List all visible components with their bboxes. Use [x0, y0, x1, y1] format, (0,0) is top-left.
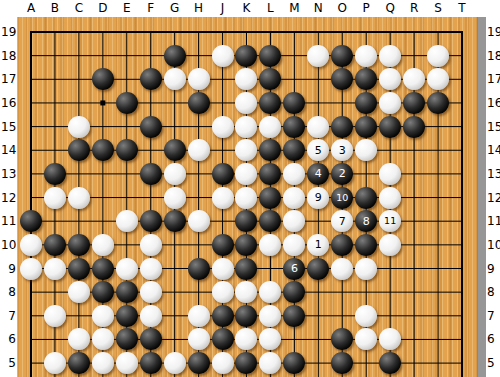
- column-label-O: O: [332, 1, 352, 15]
- white-stone-E5: [116, 352, 138, 374]
- white-stone-B7: [44, 305, 66, 327]
- white-stone-K12: [235, 187, 257, 209]
- black-stone-E7: [116, 305, 138, 327]
- black-stone-E14: [116, 139, 138, 161]
- white-stone-C8: [68, 281, 90, 303]
- row-label-left-13: 13: [1, 167, 16, 181]
- column-label-M: M: [284, 1, 304, 15]
- black-stone-H16: [188, 92, 210, 114]
- row-label-right-9: 9: [487, 262, 500, 276]
- row-label-left-9: 9: [1, 262, 16, 276]
- black-stone-L18: [259, 45, 281, 67]
- black-stone-P12: [355, 187, 377, 209]
- black-stone-O15: [331, 116, 353, 138]
- white-stone-D10: [92, 234, 114, 256]
- white-stone-G17: [164, 68, 186, 90]
- black-stone-D9: [92, 258, 114, 280]
- row-label-right-12: 12: [487, 191, 500, 205]
- black-stone-J6: [212, 328, 234, 350]
- black-stone-G14: [164, 139, 186, 161]
- white-stone-J12: [212, 187, 234, 209]
- white-stone-Q10: [379, 234, 401, 256]
- column-label-N: N: [308, 1, 328, 15]
- row-label-left-6: 6: [1, 332, 16, 346]
- white-stone-L15: [259, 116, 281, 138]
- white-stone-F7: [140, 305, 162, 327]
- white-stone-B5: [44, 352, 66, 374]
- white-stone-C12: [68, 187, 90, 209]
- black-stone-F15: [140, 116, 162, 138]
- black-stone-J10: [212, 234, 234, 256]
- column-label-E: E: [117, 1, 137, 15]
- black-stone-P15: [355, 116, 377, 138]
- black-stone-L12: [259, 187, 281, 209]
- column-label-H: H: [189, 1, 209, 15]
- column-label-C: C: [69, 1, 89, 15]
- black-stone-C14: [68, 139, 90, 161]
- column-label-T: T: [452, 1, 472, 15]
- column-label-A: A: [21, 1, 41, 15]
- column-label-P: P: [356, 1, 376, 15]
- black-stone-D17: [92, 68, 114, 90]
- row-label-right-7: 7: [487, 309, 500, 323]
- row-label-left-18: 18: [1, 49, 16, 63]
- black-stone-M15: [283, 116, 305, 138]
- row-label-right-8: 8: [487, 285, 500, 299]
- black-stone-P16: [355, 92, 377, 114]
- move-number-stone-O13: 2: [331, 163, 353, 185]
- right-edge-scrollbar[interactable]: [477, 17, 486, 377]
- black-stone-E8: [116, 281, 138, 303]
- move-number-stone-O12: 10: [331, 187, 353, 209]
- column-label-D: D: [93, 1, 113, 15]
- black-stone-D14: [92, 139, 114, 161]
- row-label-right-15: 15: [487, 120, 500, 134]
- white-stone-M12: [283, 187, 305, 209]
- row-label-right-5: 5: [487, 356, 500, 370]
- star-point: [100, 100, 105, 105]
- row-label-right-11: 11: [487, 214, 500, 228]
- row-label-left-7: 7: [1, 309, 16, 323]
- white-stone-J8: [212, 281, 234, 303]
- row-label-right-13: 13: [487, 167, 500, 181]
- white-stone-P7: [355, 305, 377, 327]
- white-stone-Q18: [379, 45, 401, 67]
- go-board-window: 5342910781116 ABCDEFGHJKLMNOPQRST1919181…: [0, 0, 500, 377]
- white-stone-Q12: [379, 187, 401, 209]
- white-stone-P9: [355, 258, 377, 280]
- white-stone-D5: [92, 352, 114, 374]
- column-label-R: R: [404, 1, 424, 15]
- column-label-B: B: [45, 1, 65, 15]
- white-stone-S18: [427, 45, 449, 67]
- white-stone-H7: [188, 305, 210, 327]
- black-stone-J13: [212, 163, 234, 185]
- black-stone-C5: [68, 352, 90, 374]
- white-stone-J15: [212, 116, 234, 138]
- column-label-Q: Q: [380, 1, 400, 15]
- black-stone-E16: [116, 92, 138, 114]
- white-stone-H17: [188, 68, 210, 90]
- black-stone-K9: [235, 258, 257, 280]
- white-stone-B12: [44, 187, 66, 209]
- white-stone-N18: [307, 45, 329, 67]
- move-number-stone-M9: 6: [283, 258, 305, 280]
- white-stone-F10: [140, 234, 162, 256]
- row-label-right-14: 14: [487, 143, 500, 157]
- white-stone-A10: [20, 234, 42, 256]
- white-stone-J18: [212, 45, 234, 67]
- black-stone-N9: [307, 258, 329, 280]
- black-stone-P10: [355, 234, 377, 256]
- black-stone-R16: [403, 92, 425, 114]
- black-stone-O18: [331, 45, 353, 67]
- white-stone-P18: [355, 45, 377, 67]
- black-stone-B10: [44, 234, 66, 256]
- column-label-K: K: [236, 1, 256, 15]
- white-stone-G12: [164, 187, 186, 209]
- black-stone-K18: [235, 45, 257, 67]
- black-stone-C10: [68, 234, 90, 256]
- black-stone-B13: [44, 163, 66, 185]
- row-label-left-19: 19: [1, 25, 16, 39]
- white-stone-E11: [116, 210, 138, 232]
- white-stone-C15: [68, 116, 90, 138]
- row-label-right-19: 19: [487, 25, 500, 39]
- row-label-right-18: 18: [487, 49, 500, 63]
- row-label-right-6: 6: [487, 332, 500, 346]
- row-label-left-16: 16: [1, 96, 16, 110]
- row-label-left-8: 8: [1, 285, 16, 299]
- white-stone-K15: [235, 116, 257, 138]
- black-stone-F6: [140, 328, 162, 350]
- black-stone-H9: [188, 258, 210, 280]
- black-stone-F13: [140, 163, 162, 185]
- row-label-right-17: 17: [487, 72, 500, 86]
- row-label-left-17: 17: [1, 72, 16, 86]
- row-label-left-14: 14: [1, 143, 16, 157]
- black-stone-F17: [140, 68, 162, 90]
- black-stone-F11: [140, 210, 162, 232]
- white-stone-O9: [331, 258, 353, 280]
- white-stone-F9: [140, 258, 162, 280]
- black-stone-R15: [403, 116, 425, 138]
- column-label-S: S: [428, 1, 448, 15]
- white-stone-E9: [116, 258, 138, 280]
- white-stone-Q16: [379, 92, 401, 114]
- black-stone-J7: [212, 305, 234, 327]
- white-stone-Q13: [379, 163, 401, 185]
- white-stone-H6: [188, 328, 210, 350]
- column-label-G: G: [165, 1, 185, 15]
- column-label-J: J: [213, 1, 233, 15]
- white-stone-N15: [307, 116, 329, 138]
- black-stone-S16: [427, 92, 449, 114]
- column-label-L: L: [260, 1, 280, 15]
- white-stone-A9: [20, 258, 42, 280]
- black-stone-G18: [164, 45, 186, 67]
- white-stone-B9: [44, 258, 66, 280]
- white-stone-F8: [140, 281, 162, 303]
- white-stone-D7: [92, 305, 114, 327]
- black-stone-H5: [188, 352, 210, 374]
- row-label-right-10: 10: [487, 238, 500, 252]
- row-label-left-15: 15: [1, 120, 16, 134]
- white-stone-G13: [164, 163, 186, 185]
- black-stone-D8: [92, 281, 114, 303]
- row-label-left-5: 5: [1, 356, 16, 370]
- row-label-left-10: 10: [1, 238, 16, 252]
- row-label-left-12: 12: [1, 191, 16, 205]
- row-label-left-11: 11: [1, 214, 16, 228]
- white-stone-J5: [212, 352, 234, 374]
- white-stone-H14: [188, 139, 210, 161]
- white-stone-G5: [164, 352, 186, 374]
- move-number-stone-N12: 9: [307, 187, 329, 209]
- black-stone-O10: [331, 234, 353, 256]
- black-stone-C9: [68, 258, 90, 280]
- black-stone-F5: [140, 352, 162, 374]
- black-stone-G11: [164, 210, 186, 232]
- black-stone-Q15: [379, 116, 401, 138]
- white-stone-J9: [212, 258, 234, 280]
- move-number-stone-N10: 1: [307, 234, 329, 256]
- white-stone-H11: [188, 210, 210, 232]
- column-label-F: F: [141, 1, 161, 15]
- row-label-right-16: 16: [487, 96, 500, 110]
